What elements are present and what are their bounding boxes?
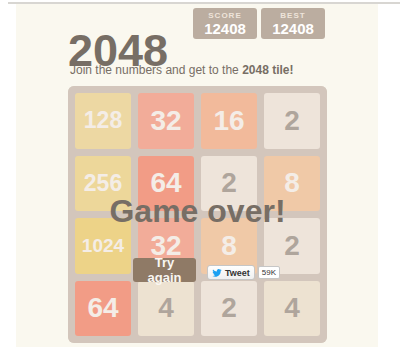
score-box: SCORE 12408	[193, 8, 257, 39]
intro-text-bold: 2048 tile!	[242, 63, 293, 77]
game-over-overlay: Game over! Try again Tweet 59K	[68, 86, 327, 343]
tweet-count[interactable]: 59K	[258, 266, 280, 279]
tweet-button[interactable]: Tweet	[207, 265, 255, 280]
score-label: SCORE	[208, 11, 241, 21]
intro-text-normal: Join the numbers and get to the	[70, 63, 242, 77]
score-value: 12408	[204, 21, 246, 37]
tweet-label: Tweet	[225, 268, 250, 278]
twitter-bird-icon	[212, 268, 222, 278]
tweet-widget: Tweet 59K	[207, 265, 280, 280]
best-label: BEST	[280, 11, 305, 21]
score-panel: SCORE 12408 BEST 12408	[193, 8, 325, 39]
try-again-button[interactable]: Try again	[133, 258, 196, 282]
game-over-message: Game over!	[68, 193, 327, 229]
best-value: 12408	[272, 21, 314, 37]
intro-text: Join the numbers and get to the 2048 til…	[70, 63, 294, 77]
game-page: 2048 SCORE 12408 BEST 12408 Join the num…	[16, 4, 378, 347]
best-box: BEST 12408	[261, 8, 325, 39]
